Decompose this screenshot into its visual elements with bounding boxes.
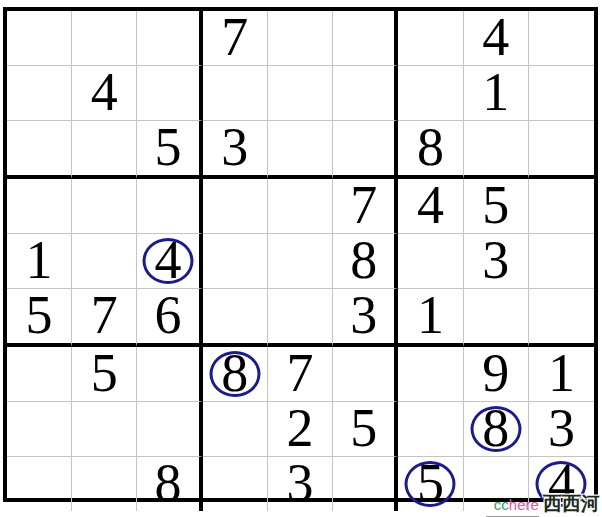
given-digit: 5 xyxy=(26,288,53,342)
cell-r9c7[interactable]: 5 xyxy=(398,457,463,511)
cell-r5c4[interactable] xyxy=(203,234,268,289)
cell-r7c1[interactable] xyxy=(7,347,72,402)
cell-r6c9[interactable] xyxy=(529,289,594,347)
cell-r5c3[interactable]: 4 xyxy=(137,234,202,289)
cell-r4c4[interactable] xyxy=(203,179,268,234)
cell-r4c2[interactable] xyxy=(72,179,137,234)
watermark-cc: cc xyxy=(494,496,509,513)
cell-r3c7[interactable]: 8 xyxy=(398,121,463,179)
cell-r2c5[interactable] xyxy=(268,66,333,121)
given-digit: 4 xyxy=(482,10,509,64)
cell-r7c7[interactable] xyxy=(398,347,463,402)
cell-r4c5[interactable] xyxy=(268,179,333,234)
cell-r1c3[interactable] xyxy=(137,11,202,66)
cell-r7c8[interactable]: 9 xyxy=(464,347,529,402)
cell-r8c9[interactable]: 3 xyxy=(529,402,594,457)
watermark-link[interactable]: cchere xyxy=(486,495,539,517)
cell-r1c1[interactable] xyxy=(7,11,72,66)
cell-r5c2[interactable] xyxy=(72,234,137,289)
cell-r2c3[interactable] xyxy=(137,66,202,121)
cell-r8c6[interactable]: 5 xyxy=(333,402,398,457)
cell-r1c7[interactable] xyxy=(398,11,463,66)
cell-r3c4[interactable]: 3 xyxy=(203,121,268,179)
given-digit: 8 xyxy=(155,456,182,510)
cell-r1c4[interactable]: 7 xyxy=(203,11,268,66)
cell-r4c6[interactable]: 7 xyxy=(333,179,398,234)
cell-r6c6[interactable]: 3 xyxy=(333,289,398,347)
cell-r3c8[interactable] xyxy=(464,121,529,179)
given-digit: 7 xyxy=(91,288,118,342)
cell-r1c8[interactable]: 4 xyxy=(464,11,529,66)
given-digit: 8 xyxy=(482,401,509,455)
cell-r4c9[interactable] xyxy=(529,179,594,234)
cell-r1c5[interactable] xyxy=(268,11,333,66)
cell-r7c2[interactable]: 5 xyxy=(72,347,137,402)
cell-r6c5[interactable] xyxy=(268,289,333,347)
given-digit: 2 xyxy=(286,401,313,455)
cell-r6c1[interactable]: 5 xyxy=(7,289,72,347)
cell-r8c3[interactable] xyxy=(137,402,202,457)
cell-r7c4[interactable]: 8 xyxy=(203,347,268,402)
sudoku-screenshot: 74415387451483576315879125838354 cchere … xyxy=(0,0,602,517)
given-digit: 1 xyxy=(26,233,53,287)
cell-r4c8[interactable]: 5 xyxy=(464,179,529,234)
given-digit: 5 xyxy=(482,178,509,232)
given-digit: 3 xyxy=(286,456,313,510)
given-digit: 5 xyxy=(417,456,444,510)
cell-r3c9[interactable] xyxy=(529,121,594,179)
given-digit: 3 xyxy=(350,288,377,342)
given-digit: 9 xyxy=(482,346,509,400)
cell-r5c1[interactable]: 1 xyxy=(7,234,72,289)
cell-r8c8[interactable]: 8 xyxy=(464,402,529,457)
given-digit: 1 xyxy=(417,288,444,342)
cell-r2c2[interactable]: 4 xyxy=(72,66,137,121)
cell-r7c5[interactable]: 7 xyxy=(268,347,333,402)
given-digit: 7 xyxy=(350,178,377,232)
sudoku-board: 74415387451483576315879125838354 xyxy=(3,7,598,502)
given-digit: 5 xyxy=(350,401,377,455)
cell-r2c8[interactable]: 1 xyxy=(464,66,529,121)
given-digit: 4 xyxy=(91,65,118,119)
cell-r9c2[interactable] xyxy=(72,457,137,511)
cell-r1c9[interactable] xyxy=(529,11,594,66)
cell-r2c4[interactable] xyxy=(203,66,268,121)
watermark-site-name: 西西河 xyxy=(543,493,600,514)
cell-r6c8[interactable] xyxy=(464,289,529,347)
given-digit: 6 xyxy=(155,288,182,342)
cell-r8c1[interactable] xyxy=(7,402,72,457)
cell-r4c7[interactable]: 4 xyxy=(398,179,463,234)
given-digit: 3 xyxy=(548,401,575,455)
given-digit: 1 xyxy=(548,346,575,400)
cell-r3c3[interactable]: 5 xyxy=(137,121,202,179)
cell-r5c5[interactable] xyxy=(268,234,333,289)
given-digit: 8 xyxy=(350,233,377,287)
cell-r3c1[interactable] xyxy=(7,121,72,179)
cell-r6c2[interactable]: 7 xyxy=(72,289,137,347)
cell-r5c7[interactable] xyxy=(398,234,463,289)
cell-r9c5[interactable]: 3 xyxy=(268,457,333,511)
cell-r9c6[interactable] xyxy=(333,457,398,511)
cell-r8c7[interactable] xyxy=(398,402,463,457)
cell-r6c4[interactable] xyxy=(203,289,268,347)
cell-r5c6[interactable]: 8 xyxy=(333,234,398,289)
cell-r9c3[interactable]: 8 xyxy=(137,457,202,511)
given-digit: 7 xyxy=(221,10,248,64)
cell-r6c7[interactable]: 1 xyxy=(398,289,463,347)
cell-r1c6[interactable] xyxy=(333,11,398,66)
watermark: cchere 西西河 xyxy=(486,494,600,517)
cell-r2c6[interactable] xyxy=(333,66,398,121)
cell-r7c3[interactable] xyxy=(137,347,202,402)
given-digit: 1 xyxy=(482,65,509,119)
given-digit: 7 xyxy=(286,346,313,400)
cell-r2c9[interactable] xyxy=(529,66,594,121)
given-digit: 3 xyxy=(221,120,248,174)
cell-r5c8[interactable]: 3 xyxy=(464,234,529,289)
cell-r9c4[interactable] xyxy=(203,457,268,511)
watermark-here: here xyxy=(509,496,539,513)
cell-r1c2[interactable] xyxy=(72,11,137,66)
cell-r7c6[interactable] xyxy=(333,347,398,402)
given-digit: 5 xyxy=(155,120,182,174)
cell-r2c1[interactable] xyxy=(7,66,72,121)
given-digit: 4 xyxy=(155,233,182,287)
cell-r7c9[interactable]: 1 xyxy=(529,347,594,402)
cell-r4c1[interactable] xyxy=(7,179,72,234)
cell-r3c5[interactable] xyxy=(268,121,333,179)
cell-r3c6[interactable] xyxy=(333,121,398,179)
given-digit: 5 xyxy=(91,346,118,400)
given-digit: 3 xyxy=(482,233,509,287)
cell-r5c9[interactable] xyxy=(529,234,594,289)
cell-r4c3[interactable] xyxy=(137,179,202,234)
given-digit: 8 xyxy=(417,120,444,174)
cell-r9c1[interactable] xyxy=(7,457,72,511)
cell-r2c7[interactable] xyxy=(398,66,463,121)
given-digit: 4 xyxy=(417,178,444,232)
cell-r8c5[interactable]: 2 xyxy=(268,402,333,457)
cell-r8c2[interactable] xyxy=(72,402,137,457)
cell-r3c2[interactable] xyxy=(72,121,137,179)
given-digit: 8 xyxy=(221,346,248,400)
cell-r6c3[interactable]: 6 xyxy=(137,289,202,347)
cell-r8c4[interactable] xyxy=(203,402,268,457)
